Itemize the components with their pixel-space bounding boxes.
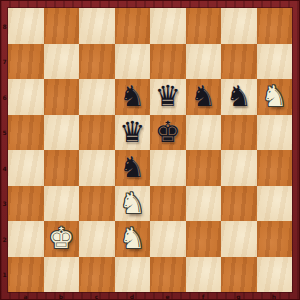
- piece-black-knight: ♞: [115, 150, 151, 186]
- file-label-c: c: [92, 293, 102, 300]
- square-a1[interactable]: [8, 257, 44, 293]
- square-g2[interactable]: [221, 221, 257, 257]
- rank-label-6: 6: [2, 94, 8, 101]
- piece-black-knight: ♞: [186, 79, 222, 115]
- square-g3[interactable]: [221, 186, 257, 222]
- file-label-b: b: [56, 293, 66, 300]
- square-e3[interactable]: [150, 186, 186, 222]
- square-d3[interactable]: ♞: [115, 186, 151, 222]
- square-g4[interactable]: [221, 150, 257, 186]
- square-g5[interactable]: [221, 115, 257, 151]
- square-e1[interactable]: [150, 257, 186, 293]
- piece-black-queen: ♛: [150, 79, 186, 115]
- square-b3[interactable]: [44, 186, 80, 222]
- square-f6[interactable]: ♞: [186, 79, 222, 115]
- square-b2[interactable]: ♚: [44, 221, 80, 257]
- piece-black-knight: ♞: [115, 79, 151, 115]
- piece-black-queen: ♛: [115, 115, 151, 151]
- square-e7[interactable]: [150, 44, 186, 80]
- square-h5[interactable]: [257, 115, 293, 151]
- square-f4[interactable]: [186, 150, 222, 186]
- square-f7[interactable]: [186, 44, 222, 80]
- piece-black-knight: ♞: [221, 79, 257, 115]
- square-c1[interactable]: [79, 257, 115, 293]
- square-b7[interactable]: [44, 44, 80, 80]
- square-d5[interactable]: ♛: [115, 115, 151, 151]
- square-f1[interactable]: [186, 257, 222, 293]
- square-e5[interactable]: ♚: [150, 115, 186, 151]
- square-h2[interactable]: [257, 221, 293, 257]
- square-a4[interactable]: [8, 150, 44, 186]
- square-d8[interactable]: [115, 8, 151, 44]
- file-label-e: e: [163, 293, 173, 300]
- square-h3[interactable]: [257, 186, 293, 222]
- file-label-d: d: [127, 293, 137, 300]
- square-c3[interactable]: [79, 186, 115, 222]
- square-g6[interactable]: ♞: [221, 79, 257, 115]
- rank-label-1: 1: [2, 271, 8, 278]
- square-b4[interactable]: [44, 150, 80, 186]
- square-g1[interactable]: [221, 257, 257, 293]
- square-e4[interactable]: [150, 150, 186, 186]
- rank-label-4: 4: [2, 165, 8, 172]
- file-label-g: g: [234, 293, 244, 300]
- square-g8[interactable]: [221, 8, 257, 44]
- piece-white-knight: ♞: [115, 186, 151, 222]
- square-b1[interactable]: [44, 257, 80, 293]
- piece-white-knight: ♞: [115, 221, 151, 257]
- chess-board: ♞♛♞♞♞♛♚♞♞♚♞: [8, 8, 292, 292]
- rank-label-8: 8: [2, 23, 8, 30]
- piece-white-knight: ♞: [257, 79, 293, 115]
- square-d2[interactable]: ♞: [115, 221, 151, 257]
- piece-white-king: ♚: [44, 221, 80, 257]
- square-b5[interactable]: [44, 115, 80, 151]
- square-b8[interactable]: [44, 8, 80, 44]
- square-c4[interactable]: [79, 150, 115, 186]
- file-label-f: f: [198, 293, 208, 300]
- square-h6[interactable]: ♞: [257, 79, 293, 115]
- square-d7[interactable]: [115, 44, 151, 80]
- square-d4[interactable]: ♞: [115, 150, 151, 186]
- square-f5[interactable]: [186, 115, 222, 151]
- square-g7[interactable]: [221, 44, 257, 80]
- square-b6[interactable]: [44, 79, 80, 115]
- square-c7[interactable]: [79, 44, 115, 80]
- square-e2[interactable]: [150, 221, 186, 257]
- square-c8[interactable]: [79, 8, 115, 44]
- square-a2[interactable]: [8, 221, 44, 257]
- square-a7[interactable]: [8, 44, 44, 80]
- square-f8[interactable]: [186, 8, 222, 44]
- square-f3[interactable]: [186, 186, 222, 222]
- square-h7[interactable]: [257, 44, 293, 80]
- rank-label-5: 5: [2, 129, 8, 136]
- square-a3[interactable]: [8, 186, 44, 222]
- rank-label-3: 3: [2, 200, 8, 207]
- square-f2[interactable]: [186, 221, 222, 257]
- square-c5[interactable]: [79, 115, 115, 151]
- file-label-h: h: [269, 293, 279, 300]
- square-a6[interactable]: [8, 79, 44, 115]
- square-a5[interactable]: [8, 115, 44, 151]
- file-label-a: a: [21, 293, 31, 300]
- square-a8[interactable]: [8, 8, 44, 44]
- square-d6[interactable]: ♞: [115, 79, 151, 115]
- square-e6[interactable]: ♛: [150, 79, 186, 115]
- square-d1[interactable]: [115, 257, 151, 293]
- square-e8[interactable]: [150, 8, 186, 44]
- square-h1[interactable]: [257, 257, 293, 293]
- square-h4[interactable]: [257, 150, 293, 186]
- piece-black-king: ♚: [150, 115, 186, 151]
- chess-board-frame: ♞♛♞♞♞♛♚♞♞♚♞ 87654321abcdefgh: [0, 0, 300, 300]
- rank-label-7: 7: [2, 58, 8, 65]
- rank-label-2: 2: [2, 236, 8, 243]
- square-h8[interactable]: [257, 8, 293, 44]
- square-c2[interactable]: [79, 221, 115, 257]
- square-c6[interactable]: [79, 79, 115, 115]
